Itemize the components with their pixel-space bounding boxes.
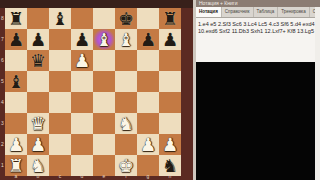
- square-a8[interactable]: ♜: [5, 8, 27, 29]
- board-frame: ♜♝♚♜♟♟♟♝♝♟♟♛♟♝♛♞♟♟♟♟♜♞♚♞ 87654321 abcdef…: [0, 0, 196, 180]
- square-f2[interactable]: [115, 134, 137, 155]
- piece-white-pawn-h2[interactable]: ♟: [159, 134, 181, 155]
- square-d3[interactable]: [71, 113, 93, 134]
- square-d6[interactable]: ♟: [71, 50, 93, 71]
- square-a4[interactable]: [5, 92, 27, 113]
- move-line-2[interactable]: 10.exd6 Sxf2 11.Db3 Sxh1 12.Lxf7+ Kf8 13…: [198, 28, 316, 35]
- square-d4[interactable]: [71, 92, 93, 113]
- empty-dark-pane: [196, 62, 315, 180]
- panel-caption: Нотация + Книги: [196, 0, 320, 7]
- notation-panel: Нотация + Книги НотацияСправочникТаблица…: [196, 0, 320, 180]
- file-label-e: e: [93, 172, 115, 180]
- square-d8[interactable]: [71, 8, 93, 29]
- square-f7[interactable]: ♝: [115, 29, 137, 50]
- square-e4[interactable]: [93, 92, 115, 113]
- square-a3[interactable]: [5, 113, 27, 134]
- square-e6[interactable]: [93, 50, 115, 71]
- file-label-g: g: [137, 172, 159, 180]
- square-d7[interactable]: ♟: [71, 29, 93, 50]
- piece-white-knight-f3[interactable]: ♞: [115, 113, 137, 134]
- piece-black-pawn-g7[interactable]: ♟: [137, 29, 159, 50]
- square-f3[interactable]: ♞: [115, 113, 137, 134]
- square-d2[interactable]: [71, 134, 93, 155]
- square-a7[interactable]: ♟: [5, 29, 27, 50]
- file-label-c: c: [49, 172, 71, 180]
- square-f8[interactable]: ♚: [115, 8, 137, 29]
- square-c7[interactable]: [49, 29, 71, 50]
- square-c4[interactable]: [49, 92, 71, 113]
- square-g3[interactable]: [137, 113, 159, 134]
- tab-4[interactable]: Тренировка: [278, 7, 309, 17]
- panel-scroll-gutter: [315, 7, 320, 180]
- tab-3[interactable]: Таблица: [254, 7, 279, 17]
- piece-black-bishop-c8[interactable]: ♝: [49, 8, 71, 29]
- square-e2[interactable]: [93, 134, 115, 155]
- piece-black-rook-a8[interactable]: ♜: [5, 8, 27, 29]
- square-b2[interactable]: ♟: [27, 134, 49, 155]
- piece-black-queen-b6[interactable]: ♛: [27, 50, 49, 71]
- tab-1[interactable]: Нотация: [196, 7, 222, 17]
- piece-white-pawn-d6[interactable]: ♟: [71, 50, 93, 71]
- rank-label-3: 3: [0, 113, 5, 134]
- piece-black-pawn-b7[interactable]: ♟: [27, 29, 49, 50]
- square-h7[interactable]: ♟: [159, 29, 181, 50]
- piece-black-rook-h8[interactable]: ♜: [159, 8, 181, 29]
- rank-label-8: 8: [0, 8, 5, 29]
- piece-black-pawn-a7[interactable]: ♟: [5, 29, 27, 50]
- board-frame-top: [0, 0, 196, 8]
- tab-2[interactable]: Справочник: [222, 7, 254, 17]
- square-h3[interactable]: [159, 113, 181, 134]
- square-a2[interactable]: ♟: [5, 134, 27, 155]
- square-h8[interactable]: ♜: [159, 8, 181, 29]
- file-label-b: b: [27, 172, 49, 180]
- square-c3[interactable]: [49, 113, 71, 134]
- square-b6[interactable]: ♛: [27, 50, 49, 71]
- square-h6[interactable]: [159, 50, 181, 71]
- piece-black-bishop-a5[interactable]: ♝: [5, 71, 27, 92]
- piece-white-bishop-e7[interactable]: ♝: [93, 29, 115, 50]
- piece-white-pawn-a2[interactable]: ♟: [5, 134, 27, 155]
- square-e3[interactable]: [93, 113, 115, 134]
- square-g7[interactable]: ♟: [137, 29, 159, 50]
- rank-label-7: 7: [0, 29, 5, 50]
- square-b7[interactable]: ♟: [27, 29, 49, 50]
- piece-white-bishop-f7[interactable]: ♝: [115, 29, 137, 50]
- square-g4[interactable]: [137, 92, 159, 113]
- file-labels: abcdefgh: [5, 172, 181, 180]
- square-b4[interactable]: [27, 92, 49, 113]
- square-e7[interactable]: ♝: [93, 29, 115, 50]
- file-label-a: a: [5, 172, 27, 180]
- square-c6[interactable]: [49, 50, 71, 71]
- file-label-f: f: [115, 172, 137, 180]
- square-b3[interactable]: ♛: [27, 113, 49, 134]
- panel-tabs: НотацияСправочникТаблицаТренировкаОбзор …: [196, 7, 320, 18]
- piece-white-pawn-g2[interactable]: ♟: [137, 134, 159, 155]
- square-d5[interactable]: [71, 71, 93, 92]
- move-list[interactable]: 1.e4 e5 2.Sf3 Sc6 3.Lc4 Lc5 4.c3 Sf6 5.d…: [196, 18, 316, 62]
- square-g6[interactable]: [137, 50, 159, 71]
- square-b5[interactable]: [27, 71, 49, 92]
- rank-label-2: 2: [0, 134, 5, 155]
- rank-label-4: 4: [0, 92, 5, 113]
- piece-white-pawn-b2[interactable]: ♟: [27, 134, 49, 155]
- square-c5[interactable]: [49, 71, 71, 92]
- square-a5[interactable]: ♝: [5, 71, 27, 92]
- square-h4[interactable]: [159, 92, 181, 113]
- square-f5[interactable]: [115, 71, 137, 92]
- file-label-d: d: [71, 172, 93, 180]
- square-h5[interactable]: [159, 71, 181, 92]
- chess-board[interactable]: ♜♝♚♜♟♟♟♝♝♟♟♛♟♝♛♞♟♟♟♟♜♞♚♞: [5, 8, 181, 176]
- square-b8[interactable]: [27, 8, 49, 29]
- square-f6[interactable]: [115, 50, 137, 71]
- piece-black-king-f8[interactable]: ♚: [115, 8, 137, 29]
- square-f4[interactable]: [115, 92, 137, 113]
- square-a6[interactable]: [5, 50, 27, 71]
- square-g2[interactable]: ♟: [137, 134, 159, 155]
- piece-black-pawn-d7[interactable]: ♟: [71, 29, 93, 50]
- file-label-h: h: [159, 172, 181, 180]
- square-g5[interactable]: [137, 71, 159, 92]
- square-e8[interactable]: [93, 8, 115, 29]
- piece-black-pawn-h7[interactable]: ♟: [159, 29, 181, 50]
- rank-labels: 87654321: [0, 8, 5, 176]
- rank-label-6: 6: [0, 50, 5, 71]
- rank-label-5: 5: [0, 71, 5, 92]
- square-g8[interactable]: [137, 8, 159, 29]
- move-line-1[interactable]: 1.e4 e5 2.Sf3 Sc6 3.Lc4 Lc5 4.c3 Sf6 5.d…: [198, 21, 316, 28]
- piece-white-queen-b3[interactable]: ♛: [27, 113, 49, 134]
- square-e5[interactable]: [93, 71, 115, 92]
- square-c2[interactable]: [49, 134, 71, 155]
- square-h2[interactable]: ♟: [159, 134, 181, 155]
- square-c8[interactable]: ♝: [49, 8, 71, 29]
